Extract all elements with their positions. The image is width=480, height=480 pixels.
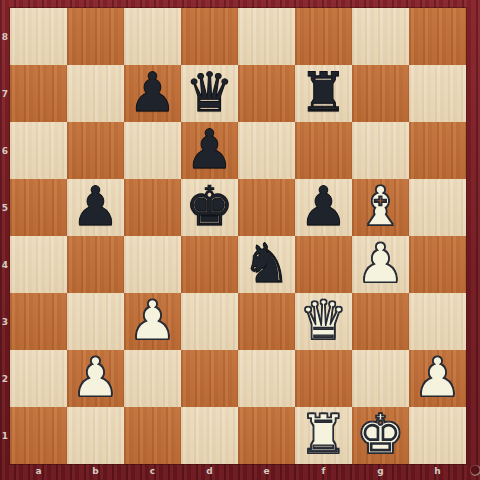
square-g7[interactable] (352, 65, 409, 122)
square-c6[interactable] (124, 122, 181, 179)
square-e1[interactable] (238, 407, 295, 464)
chess-board: ♟♛♜♟♟♚♟♝♞♟♟♛♟♟♜♚ (10, 8, 466, 464)
file-label-g: g (352, 464, 409, 480)
black-pawn[interactable]: ♟ (185, 121, 233, 178)
rank-label-1: 1 (0, 407, 10, 464)
square-b3[interactable] (67, 293, 124, 350)
rank-label-2: 2 (0, 350, 10, 407)
square-b7[interactable] (67, 65, 124, 122)
square-h1[interactable] (409, 407, 466, 464)
square-f3[interactable]: ♛ (295, 293, 352, 350)
square-a6[interactable] (10, 122, 67, 179)
file-label-d: d (181, 464, 238, 480)
square-g6[interactable] (352, 122, 409, 179)
square-f8[interactable] (295, 8, 352, 65)
square-d4[interactable] (181, 236, 238, 293)
square-c1[interactable] (124, 407, 181, 464)
square-g5[interactable]: ♝ (352, 179, 409, 236)
square-h4[interactable] (409, 236, 466, 293)
square-d1[interactable] (181, 407, 238, 464)
square-b4[interactable] (67, 236, 124, 293)
rank-label-5: 5 (0, 179, 10, 236)
square-f7[interactable]: ♜ (295, 65, 352, 122)
white-pawn[interactable]: ♟ (356, 235, 404, 292)
white-pawn[interactable]: ♟ (128, 292, 176, 349)
square-b6[interactable] (67, 122, 124, 179)
square-a5[interactable] (10, 179, 67, 236)
square-a2[interactable] (10, 350, 67, 407)
black-knight[interactable]: ♞ (242, 235, 290, 292)
square-e6[interactable] (238, 122, 295, 179)
white-queen[interactable]: ♛ (299, 292, 347, 349)
square-c5[interactable] (124, 179, 181, 236)
square-g1[interactable]: ♚ (352, 407, 409, 464)
rank-labels: 87654321 (0, 8, 10, 464)
square-e4[interactable]: ♞ (238, 236, 295, 293)
square-b1[interactable] (67, 407, 124, 464)
white-king[interactable]: ♚ (356, 406, 404, 463)
square-d3[interactable] (181, 293, 238, 350)
black-queen[interactable]: ♛ (185, 64, 233, 121)
file-labels: abcdefgh (10, 464, 466, 480)
file-label-c: c (124, 464, 181, 480)
rank-label-7: 7 (0, 65, 10, 122)
square-f2[interactable] (295, 350, 352, 407)
square-b5[interactable]: ♟ (67, 179, 124, 236)
square-g2[interactable] (352, 350, 409, 407)
square-e2[interactable] (238, 350, 295, 407)
square-h2[interactable]: ♟ (409, 350, 466, 407)
square-e5[interactable] (238, 179, 295, 236)
square-e7[interactable] (238, 65, 295, 122)
square-g4[interactable]: ♟ (352, 236, 409, 293)
square-d5[interactable]: ♚ (181, 179, 238, 236)
rank-label-8: 8 (0, 8, 10, 65)
square-a7[interactable] (10, 65, 67, 122)
square-a3[interactable] (10, 293, 67, 350)
square-e8[interactable] (238, 8, 295, 65)
square-b2[interactable]: ♟ (67, 350, 124, 407)
rank-label-3: 3 (0, 293, 10, 350)
square-c8[interactable] (124, 8, 181, 65)
square-f6[interactable] (295, 122, 352, 179)
square-d8[interactable] (181, 8, 238, 65)
square-f5[interactable]: ♟ (295, 179, 352, 236)
rank-label-4: 4 (0, 236, 10, 293)
square-b8[interactable] (67, 8, 124, 65)
file-label-a: a (10, 464, 67, 480)
square-d7[interactable]: ♛ (181, 65, 238, 122)
square-f1[interactable]: ♜ (295, 407, 352, 464)
white-bishop[interactable]: ♝ (356, 178, 404, 235)
square-a8[interactable] (10, 8, 67, 65)
square-h8[interactable] (409, 8, 466, 65)
file-label-h: h (409, 464, 466, 480)
square-h6[interactable] (409, 122, 466, 179)
square-g8[interactable] (352, 8, 409, 65)
white-rook[interactable]: ♜ (299, 406, 347, 463)
square-c7[interactable]: ♟ (124, 65, 181, 122)
file-label-f: f (295, 464, 352, 480)
square-h3[interactable] (409, 293, 466, 350)
black-pawn[interactable]: ♟ (128, 64, 176, 121)
square-d6[interactable]: ♟ (181, 122, 238, 179)
chess-board-frame: 87654321 ♟♛♜♟♟♚♟♝♞♟♟♛♟♟♜♚ abcdefgh (0, 0, 480, 480)
white-pawn[interactable]: ♟ (413, 349, 461, 406)
rank-label-6: 6 (0, 122, 10, 179)
square-a4[interactable] (10, 236, 67, 293)
square-c3[interactable]: ♟ (124, 293, 181, 350)
square-f4[interactable] (295, 236, 352, 293)
black-pawn[interactable]: ♟ (299, 178, 347, 235)
square-e3[interactable] (238, 293, 295, 350)
file-label-e: e (238, 464, 295, 480)
corner-logo-dot (470, 465, 480, 476)
square-g3[interactable] (352, 293, 409, 350)
square-h5[interactable] (409, 179, 466, 236)
black-rook[interactable]: ♜ (299, 64, 347, 121)
square-h7[interactable] (409, 65, 466, 122)
black-king[interactable]: ♚ (185, 178, 233, 235)
square-a1[interactable] (10, 407, 67, 464)
square-c2[interactable] (124, 350, 181, 407)
square-c4[interactable] (124, 236, 181, 293)
file-label-b: b (67, 464, 124, 480)
black-pawn[interactable]: ♟ (71, 178, 119, 235)
white-pawn[interactable]: ♟ (71, 349, 119, 406)
square-d2[interactable] (181, 350, 238, 407)
